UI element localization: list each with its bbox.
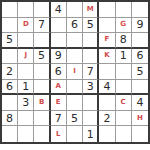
cell-r6c5[interactable] [67,80,83,96]
given-digit: 4 [136,97,143,108]
cell-r7c1[interactable] [2,95,18,111]
cell-r7c2[interactable]: 3 [18,95,34,111]
red-letter: A [56,83,61,90]
given-digit: 1 [87,129,94,140]
cell-r6c3[interactable] [34,80,50,96]
cell-r3c4[interactable] [51,33,67,49]
cell-r3c2[interactable] [18,33,34,49]
given-digit: 1 [120,50,127,61]
cell-r4c3[interactable]: 5 [34,49,50,65]
cell-r8c4[interactable]: 7 [51,111,67,127]
given-digit: 8 [120,34,127,45]
given-digit: 5 [38,50,45,61]
cell-r8c5[interactable]: 5 [67,111,83,127]
cell-r7c8[interactable]: C [116,95,132,111]
cell-r3c7[interactable]: F [99,33,115,49]
given-digit: 7 [55,113,62,124]
cell-r2c2[interactable]: D [18,18,34,34]
cell-r4c5[interactable] [67,49,83,65]
cell-r7c6[interactable] [83,95,99,111]
cell-r8c3[interactable] [34,111,50,127]
cell-r8c2[interactable] [18,111,34,127]
cell-r8c1[interactable]: 8 [2,111,18,127]
cell-r5c6[interactable]: 7 [83,64,99,80]
given-digit: 3 [22,97,29,108]
given-digit: 9 [136,19,143,30]
red-letter: K [104,52,109,59]
red-letter: J [25,52,28,59]
cell-r3c8[interactable]: 8 [116,33,132,49]
given-digit: 3 [87,81,94,92]
red-letter: F [105,36,110,43]
cell-r2c7[interactable] [99,18,115,34]
cell-r4c2[interactable]: J [18,49,34,65]
cell-r8c9[interactable]: H [132,111,148,127]
cell-r1c8[interactable] [116,2,132,18]
cell-r7c3[interactable]: B [34,95,50,111]
cell-r7c4[interactable]: E [51,95,67,111]
cell-r4c7[interactable]: K [99,49,115,65]
cell-r4c1[interactable] [2,49,18,65]
cell-r9c9[interactable] [132,126,148,142]
cell-r1c3[interactable] [34,2,50,18]
cell-r6c7[interactable]: 4 [99,80,115,96]
cell-r8c8[interactable] [116,111,132,127]
sudoku-board: 4MD765G95F8J59K1626I7561A343BEC48752HL1 [0,0,150,144]
given-digit: 7 [38,19,45,30]
cell-r7c5[interactable] [67,95,83,111]
cell-r5c2[interactable] [18,64,34,80]
red-letter: E [56,99,61,106]
given-digit: 7 [87,66,94,77]
given-digit: 1 [22,81,29,92]
cell-r5c1[interactable]: 2 [2,64,18,80]
cell-r9c5[interactable] [67,126,83,142]
cell-r2c8[interactable]: G [116,18,132,34]
cell-r5c4[interactable]: 6 [51,64,67,80]
cell-r5c8[interactable] [116,64,132,80]
cell-r9c1[interactable] [2,126,18,142]
cell-r6c8[interactable] [116,80,132,96]
cell-r9c7[interactable] [99,126,115,142]
cell-r8c6[interactable] [83,111,99,127]
cell-r2c5[interactable]: 6 [67,18,83,34]
given-digit: 8 [6,113,13,124]
given-digit: 6 [6,81,13,92]
cell-r4c8[interactable]: 1 [116,49,132,65]
cell-r1c1[interactable] [2,2,18,18]
cell-r4c4[interactable]: 9 [51,49,67,65]
given-digit: 9 [55,50,62,61]
cell-r5c7[interactable] [99,64,115,80]
cell-r5c9[interactable]: 5 [132,64,148,80]
cell-r3c6[interactable] [83,33,99,49]
cell-r2c1[interactable] [2,18,18,34]
cell-r2c9[interactable]: 9 [132,18,148,34]
red-letter: H [137,115,143,122]
given-digit: 5 [6,34,13,45]
red-letter: G [120,21,126,28]
cell-r9c6[interactable]: 1 [83,126,99,142]
cell-r1c2[interactable] [18,2,34,18]
cell-r9c2[interactable] [18,126,34,142]
given-digit: 6 [55,66,62,77]
sudoku-page: 4MD765G95F8J59K1626I7561A343BEC48752HL1 [0,0,150,150]
cell-r7c7[interactable] [99,95,115,111]
cell-r3c3[interactable] [34,33,50,49]
cell-r4c9[interactable]: 6 [132,49,148,65]
cell-r5c3[interactable] [34,64,50,80]
cell-r6c1[interactable]: 6 [2,80,18,96]
given-digit: 6 [136,50,143,61]
cell-r1c9[interactable] [132,2,148,18]
given-digit: 6 [71,19,78,30]
given-digit: 2 [103,113,110,124]
red-letter: L [56,131,60,138]
cell-r7c9[interactable]: 4 [132,95,148,111]
cell-r1c7[interactable] [99,2,115,18]
red-letter: D [23,21,29,28]
cell-r3c5[interactable] [67,33,83,49]
cell-r2c4[interactable] [51,18,67,34]
cell-r5c5[interactable]: I [67,64,83,80]
red-letter: B [39,99,44,106]
given-digit: 5 [87,19,94,30]
given-digit: 5 [136,66,143,77]
cell-r9c8[interactable] [116,126,132,142]
cell-r3c9[interactable] [132,33,148,49]
cell-r8c7[interactable]: 2 [99,111,115,127]
cell-r2c3[interactable]: 7 [34,18,50,34]
cell-r2c6[interactable]: 5 [83,18,99,34]
cell-r6c6[interactable]: 3 [83,80,99,96]
red-letter: I [73,68,76,75]
cell-r1c6[interactable]: M [83,2,99,18]
cell-r1c5[interactable] [67,2,83,18]
given-digit: 5 [71,113,78,124]
cell-r6c9[interactable] [132,80,148,96]
cell-r1c4[interactable]: 4 [51,2,67,18]
cell-r6c2[interactable]: 1 [18,80,34,96]
cell-r9c4[interactable]: L [51,126,67,142]
cell-r9c3[interactable] [34,126,50,142]
given-digit: 2 [6,66,13,77]
cell-r6c4[interactable]: A [51,80,67,96]
given-digit: 4 [55,4,62,15]
cell-r4c6[interactable] [83,49,99,65]
red-letter: C [121,99,126,106]
given-digit: 4 [103,81,110,92]
cell-r3c1[interactable]: 5 [2,33,18,49]
red-letter: M [87,6,94,13]
